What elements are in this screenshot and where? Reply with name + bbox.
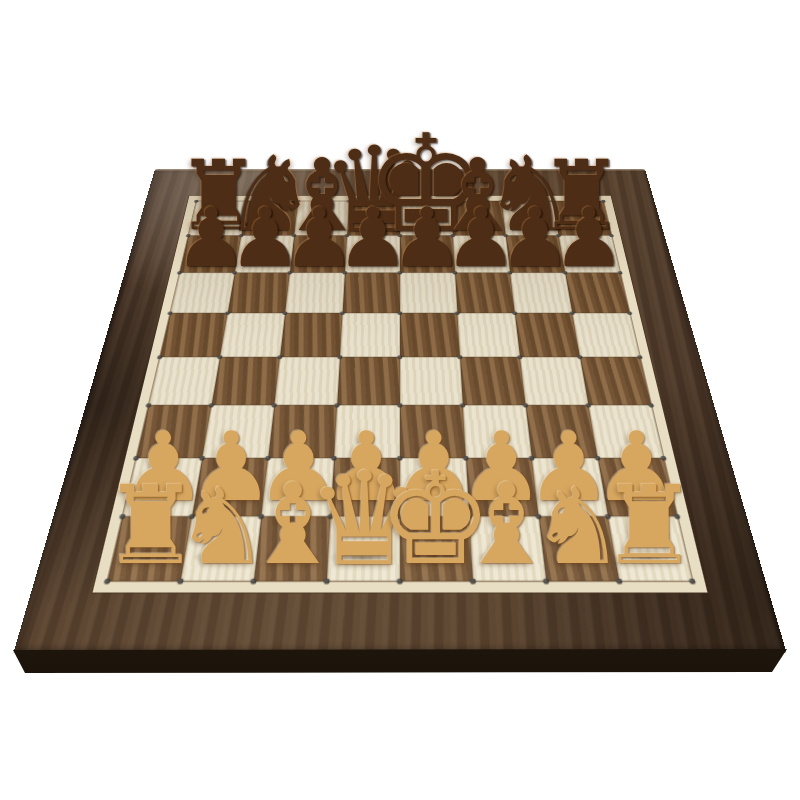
piece-white-rook[interactable]: ♜: [600, 471, 698, 580]
pieces-layer: ♜♞♝♛♚♝♞♜♟♟♟♟♟♟♟♟♟♟♟♟♟♟♟♟♜♞♝♛♚♝♞♜: [0, 0, 800, 800]
photo-canvas: ♜♞♝♛♚♝♞♜♟♟♟♟♟♟♟♟♟♟♟♟♟♟♟♟♜♞♝♛♚♝♞♜: [0, 0, 800, 800]
piece-black-pawn[interactable]: ♟: [552, 196, 625, 278]
